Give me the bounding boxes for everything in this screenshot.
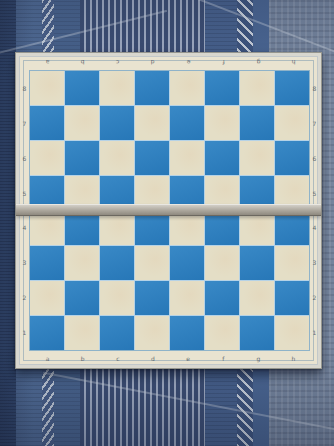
file-label: c [100, 352, 135, 365]
file-label: d [135, 57, 170, 69]
board-square[interactable] [170, 106, 204, 140]
board-square[interactable] [135, 106, 169, 140]
board-square[interactable] [275, 71, 309, 105]
board-square[interactable] [170, 141, 204, 175]
file-label: a [30, 352, 65, 365]
board-square[interactable] [275, 281, 309, 315]
file-label: g [241, 352, 276, 365]
file-label: g [241, 57, 276, 69]
rank-label: 1 [310, 315, 319, 350]
board-square[interactable] [205, 246, 239, 280]
board-square[interactable] [65, 71, 99, 105]
rank-label: 7 [310, 106, 319, 141]
board-square[interactable] [100, 141, 134, 175]
rank-label: 6 [310, 141, 319, 176]
board-square[interactable] [100, 211, 134, 245]
board-square[interactable] [205, 281, 239, 315]
rank-label: 3 [20, 245, 29, 280]
board-square[interactable] [170, 211, 204, 245]
board-square[interactable] [275, 211, 309, 245]
file-label: e [171, 57, 206, 69]
file-label: c [100, 57, 135, 69]
rank-label: 1 [20, 315, 29, 350]
board-square[interactable] [205, 211, 239, 245]
fabric-band-dark [0, 0, 16, 446]
board-fold-hinge [16, 204, 321, 216]
board-square[interactable] [135, 141, 169, 175]
board-square[interactable] [205, 141, 239, 175]
board-square[interactable] [240, 211, 274, 245]
file-label: d [135, 352, 170, 365]
chess-board: abcdefgh abcdefgh 87654321 87654321 [15, 52, 322, 369]
board-square[interactable] [100, 106, 134, 140]
board-square[interactable] [100, 316, 134, 350]
board-square[interactable] [135, 246, 169, 280]
board-square[interactable] [240, 106, 274, 140]
board-square[interactable] [135, 281, 169, 315]
board-square[interactable] [30, 316, 64, 350]
board-square[interactable] [240, 281, 274, 315]
rank-label: 3 [310, 245, 319, 280]
file-labels-top: abcdefgh [30, 57, 311, 69]
rank-label: 8 [310, 71, 319, 106]
board-square[interactable] [30, 141, 64, 175]
board-square[interactable] [170, 246, 204, 280]
file-label: h [276, 352, 311, 365]
rank-label: 8 [20, 71, 29, 106]
board-square[interactable] [275, 316, 309, 350]
file-labels-bottom: abcdefgh [30, 352, 311, 365]
file-label: b [65, 57, 100, 69]
quilt-seam [43, 371, 334, 434]
board-square[interactable] [135, 211, 169, 245]
board-square[interactable] [205, 71, 239, 105]
board-square[interactable] [170, 281, 204, 315]
board-square[interactable] [30, 106, 64, 140]
rank-label: 6 [20, 141, 29, 176]
board-square[interactable] [205, 316, 239, 350]
board-square[interactable] [135, 71, 169, 105]
board-square[interactable] [205, 106, 239, 140]
board-square[interactable] [100, 281, 134, 315]
board-square[interactable] [275, 246, 309, 280]
photo-scene: abcdefgh abcdefgh 87654321 87654321 [0, 0, 334, 446]
rank-label: 7 [20, 106, 29, 141]
board-square[interactable] [275, 106, 309, 140]
board-square[interactable] [240, 316, 274, 350]
board-square[interactable] [240, 141, 274, 175]
board-square[interactable] [275, 141, 309, 175]
file-label: f [206, 352, 241, 365]
rank-label: 2 [310, 280, 319, 315]
board-square[interactable] [65, 211, 99, 245]
board-square[interactable] [30, 246, 64, 280]
file-label: f [206, 57, 241, 69]
board-square[interactable] [240, 246, 274, 280]
board-square[interactable] [30, 281, 64, 315]
board-square[interactable] [30, 211, 64, 245]
board-square[interactable] [100, 246, 134, 280]
board-square[interactable] [240, 71, 274, 105]
board-square[interactable] [65, 106, 99, 140]
board-square[interactable] [170, 316, 204, 350]
board-square[interactable] [65, 246, 99, 280]
file-label: a [30, 57, 65, 69]
board-square[interactable] [30, 71, 64, 105]
rank-label: 2 [20, 280, 29, 315]
board-square[interactable] [65, 281, 99, 315]
board-square[interactable] [65, 141, 99, 175]
board-square[interactable] [100, 71, 134, 105]
board-square[interactable] [65, 316, 99, 350]
board-square[interactable] [135, 316, 169, 350]
file-label: b [65, 352, 100, 365]
board-square[interactable] [170, 71, 204, 105]
file-label: e [171, 352, 206, 365]
file-label: h [276, 57, 311, 69]
